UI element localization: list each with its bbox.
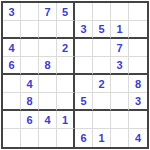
cell-r4c4[interactable]: [57, 57, 75, 75]
cell-r1c3[interactable]: 7: [39, 3, 57, 21]
cell-r2c3[interactable]: [39, 21, 57, 39]
cell-r8c6[interactable]: 1: [93, 129, 111, 147]
cell-r5c7[interactable]: [111, 75, 129, 93]
cell-r4c1[interactable]: 6: [3, 57, 21, 75]
cell-r3c8[interactable]: [129, 39, 147, 57]
sudoku-board: 375351427683428853641614: [1, 1, 149, 149]
cell-r8c5[interactable]: 6: [75, 129, 93, 147]
cell-r4c2[interactable]: [21, 57, 39, 75]
cell-r4c7[interactable]: 3: [111, 57, 129, 75]
cell-r1c2[interactable]: [21, 3, 39, 21]
cell-r5c2[interactable]: 4: [21, 75, 39, 93]
cell-r7c4[interactable]: 1: [57, 111, 75, 129]
cell-r4c8[interactable]: [129, 57, 147, 75]
cell-r8c2[interactable]: [21, 129, 39, 147]
cell-r7c1[interactable]: [3, 111, 21, 129]
cell-r7c2[interactable]: 6: [21, 111, 39, 129]
cell-r8c8[interactable]: 4: [129, 129, 147, 147]
cell-r3c4[interactable]: 2: [57, 39, 75, 57]
cell-r3c2[interactable]: [21, 39, 39, 57]
cell-r7c5[interactable]: [75, 111, 93, 129]
cell-r3c7[interactable]: 7: [111, 39, 129, 57]
cell-r1c6[interactable]: [93, 3, 111, 21]
cell-r2c2[interactable]: [21, 21, 39, 39]
cell-r6c7[interactable]: [111, 93, 129, 111]
cell-r6c2[interactable]: 8: [21, 93, 39, 111]
cell-r5c5[interactable]: [75, 75, 93, 93]
cell-r2c1[interactable]: [3, 21, 21, 39]
cell-r4c6[interactable]: [93, 57, 111, 75]
cell-r1c1[interactable]: 3: [3, 3, 21, 21]
cell-r6c8[interactable]: 3: [129, 93, 147, 111]
cell-r6c6[interactable]: [93, 93, 111, 111]
cell-r5c1[interactable]: [3, 75, 21, 93]
cell-r2c5[interactable]: 3: [75, 21, 93, 39]
cell-r7c3[interactable]: 4: [39, 111, 57, 129]
sudoku-page: 375351427683428853641614: [0, 1, 150, 150]
cell-r3c1[interactable]: 4: [3, 39, 21, 57]
cell-r5c4[interactable]: [57, 75, 75, 93]
cell-r5c8[interactable]: 8: [129, 75, 147, 93]
cell-r8c7[interactable]: [111, 129, 129, 147]
cell-r6c1[interactable]: [3, 93, 21, 111]
cell-r8c3[interactable]: [39, 129, 57, 147]
cell-r2c7[interactable]: 1: [111, 21, 129, 39]
cell-r8c4[interactable]: [57, 129, 75, 147]
cell-r3c3[interactable]: [39, 39, 57, 57]
cell-r4c5[interactable]: [75, 57, 93, 75]
cell-r6c3[interactable]: [39, 93, 57, 111]
cell-r3c6[interactable]: [93, 39, 111, 57]
cell-r1c7[interactable]: [111, 3, 129, 21]
cell-r5c3[interactable]: [39, 75, 57, 93]
cell-r6c5[interactable]: 5: [75, 93, 93, 111]
cell-r4c3[interactable]: 8: [39, 57, 57, 75]
cell-r2c8[interactable]: [129, 21, 147, 39]
cell-r7c8[interactable]: [129, 111, 147, 129]
cell-r7c7[interactable]: [111, 111, 129, 129]
cell-r7c6[interactable]: [93, 111, 111, 129]
cell-r5c6[interactable]: 2: [93, 75, 111, 93]
cell-r3c5[interactable]: [75, 39, 93, 57]
cell-r1c8[interactable]: [129, 3, 147, 21]
cell-r1c4[interactable]: 5: [57, 3, 75, 21]
cell-r8c1[interactable]: [3, 129, 21, 147]
cell-r2c4[interactable]: [57, 21, 75, 39]
cell-r1c5[interactable]: [75, 3, 93, 21]
cell-r2c6[interactable]: 5: [93, 21, 111, 39]
cell-r6c4[interactable]: [57, 93, 75, 111]
